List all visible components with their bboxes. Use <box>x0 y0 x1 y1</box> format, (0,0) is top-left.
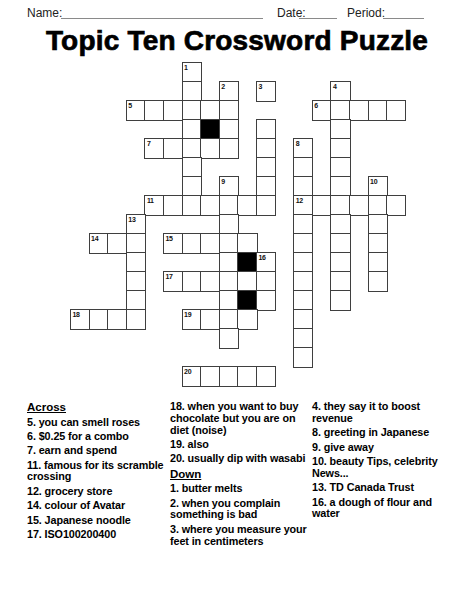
grid-cell[interactable] <box>219 119 239 140</box>
grid-cell[interactable] <box>256 119 276 140</box>
clue-across-7: 7. earn and spend <box>27 445 168 457</box>
crossword-grid: 1234567891011121314151617181920 <box>70 62 407 387</box>
grid-cell[interactable] <box>200 138 220 159</box>
grid-cell[interactable] <box>219 233 239 254</box>
grid-cell[interactable] <box>144 100 164 121</box>
grid-cell[interactable] <box>293 328 313 349</box>
grid-cell[interactable] <box>256 290 276 311</box>
grid-cell[interactable] <box>200 195 220 216</box>
grid-cell[interactable] <box>330 119 350 140</box>
grid-cell[interactable] <box>237 309 257 330</box>
grid-cell[interactable] <box>293 176 313 197</box>
grid-cell[interactable] <box>219 309 239 330</box>
grid-cell[interactable] <box>368 271 388 292</box>
cell-number: 5 <box>128 102 132 109</box>
grid-cell[interactable] <box>163 100 183 121</box>
cell-number: 19 <box>184 311 191 318</box>
grid-cell[interactable] <box>330 290 350 311</box>
cell-number: 10 <box>370 178 377 185</box>
grid-cell[interactable] <box>107 309 127 330</box>
clue-across-5: 5. you can smell roses <box>27 417 168 429</box>
grid-cell[interactable] <box>330 271 350 292</box>
page-title: Topic Ten Crossword Puzzle <box>0 25 474 57</box>
cell-number: 14 <box>91 235 98 242</box>
grid-cell[interactable] <box>293 271 313 292</box>
grid-cell[interactable]: 2 <box>219 81 239 102</box>
grid-cell[interactable] <box>182 81 202 102</box>
grid-cell[interactable] <box>182 271 202 292</box>
grid-cell[interactable] <box>330 252 350 273</box>
grid-cell[interactable] <box>126 233 146 254</box>
grid-cell[interactable] <box>200 233 220 254</box>
blocked-cell <box>237 252 257 273</box>
grid-cell[interactable] <box>237 271 257 292</box>
blocked-cell <box>237 290 257 311</box>
clue-down-9: 9. give away <box>312 442 449 454</box>
grid-cell[interactable]: 11 <box>144 195 164 216</box>
grid-cell[interactable] <box>256 138 276 159</box>
clue-down-10: 10. beauty Tips, celebrity News... <box>312 456 449 480</box>
down-heading: Down <box>170 468 312 480</box>
grid-cell[interactable]: 18 <box>70 309 90 330</box>
name-blank[interactable] <box>61 3 263 19</box>
clue-down-1: 1. butter melts <box>170 483 312 495</box>
grid-cell[interactable] <box>219 214 239 235</box>
period-blank[interactable] <box>383 3 424 19</box>
grid-cell[interactable] <box>163 195 183 216</box>
grid-cell[interactable] <box>293 233 313 254</box>
clue-down-16: 16. a dough of flour and water <box>312 497 449 521</box>
grid-cell[interactable]: 10 <box>368 176 388 197</box>
grid-cell[interactable] <box>312 195 332 216</box>
clue-column: 4. they say it to boost revenue8. greeti… <box>312 401 472 523</box>
grid-cell[interactable]: 1 <box>182 62 202 83</box>
clue-across-14: 14. colour of Avatar <box>27 500 168 512</box>
grid-cell[interactable] <box>256 157 276 178</box>
grid-cell[interactable] <box>219 366 239 387</box>
grid-cell[interactable] <box>386 195 406 216</box>
grid-cell[interactable] <box>219 252 239 273</box>
clue-across-15: 15. Japanese noodle <box>27 515 168 527</box>
grid-cell[interactable] <box>368 252 388 273</box>
clue-column: Across5. you can smell roses6. $0.25 for… <box>27 401 170 543</box>
grid-cell[interactable]: 15 <box>163 233 183 254</box>
cell-number: 9 <box>221 178 225 185</box>
grid-cell[interactable] <box>293 309 313 330</box>
blocked-cell <box>200 119 220 140</box>
across-heading: Across <box>27 401 170 413</box>
grid-cell[interactable] <box>330 233 350 254</box>
grid-cell[interactable]: 7 <box>144 138 164 159</box>
grid-cell[interactable] <box>219 100 239 121</box>
clue-down-3: 3. where you measure your feet in centim… <box>170 524 312 548</box>
clue-across-18: 18. when you want to buy chocolate but y… <box>170 401 312 436</box>
grid-cell[interactable]: 12 <box>293 195 313 216</box>
cell-number: 11 <box>147 197 154 204</box>
grid-cell[interactable] <box>182 176 202 197</box>
grid-cell[interactable]: 14 <box>89 233 109 254</box>
clue-down-2: 2. when you complain something is bad <box>170 498 312 522</box>
clue-across-11: 11. famous for its scramble crossing <box>27 460 168 484</box>
name-label: Name: <box>27 6 62 20</box>
cell-number: 13 <box>128 216 135 223</box>
clues-section: Across5. you can smell roses6. $0.25 for… <box>27 401 472 550</box>
grid-cell[interactable] <box>126 290 146 311</box>
worksheet-page: Name: Date: Period: Topic Ten Crossword … <box>0 0 474 613</box>
cell-number: 4 <box>333 83 337 90</box>
grid-cell[interactable] <box>182 195 202 216</box>
grid-cell[interactable] <box>126 252 146 273</box>
grid-cell[interactable] <box>182 157 202 178</box>
grid-cell[interactable] <box>368 100 388 121</box>
grid-cell[interactable]: 3 <box>256 81 276 102</box>
grid-cell[interactable] <box>386 100 406 121</box>
grid-cell[interactable]: 19 <box>182 309 202 330</box>
grid-cell[interactable] <box>182 100 202 121</box>
grid-cell[interactable] <box>368 233 388 254</box>
clue-column: 18. when you want to buy chocolate but y… <box>170 401 312 550</box>
grid-cell[interactable] <box>330 100 350 121</box>
grid-cell[interactable] <box>256 366 276 387</box>
grid-cell[interactable]: 16 <box>256 252 276 273</box>
grid-cell[interactable] <box>237 366 257 387</box>
grid-cell[interactable] <box>293 252 313 273</box>
clue-down-13: 13. TD Canada Trust <box>312 482 449 494</box>
grid-cell[interactable] <box>107 233 127 254</box>
cell-number: 2 <box>221 83 225 90</box>
grid-cell[interactable] <box>182 119 202 140</box>
grid-cell[interactable]: 4 <box>330 81 350 102</box>
grid-cell[interactable] <box>330 214 350 235</box>
clue-down-8: 8. greeting in Japanese <box>312 427 449 439</box>
grid-cell[interactable] <box>237 233 257 254</box>
grid-cell[interactable] <box>256 176 276 197</box>
grid-cell[interactable] <box>126 309 146 330</box>
grid-cell[interactable] <box>89 309 109 330</box>
grid-cell[interactable]: 8 <box>293 138 313 159</box>
grid-cell[interactable] <box>163 138 183 159</box>
clue-across-6: 6. $0.25 for a combo <box>27 431 168 443</box>
grid-cell[interactable] <box>293 157 313 178</box>
grid-cell[interactable] <box>330 138 350 159</box>
cell-number: 8 <box>296 140 300 147</box>
grid-cell[interactable]: 13 <box>126 214 146 235</box>
clue-across-19: 19. also <box>170 439 312 451</box>
clue-across-20: 20. usually dip with wasabi <box>170 453 312 465</box>
date-blank[interactable] <box>299 3 337 19</box>
clue-down-4: 4. they say it to boost revenue <box>312 401 449 425</box>
cell-number: 12 <box>296 197 303 204</box>
period-label: Period: <box>347 6 385 20</box>
grid-cell[interactable] <box>219 195 239 216</box>
grid-cell[interactable] <box>256 195 276 216</box>
grid-cell[interactable] <box>368 214 388 235</box>
cell-number: 7 <box>147 140 151 147</box>
grid-cell[interactable] <box>330 195 350 216</box>
grid-cell[interactable] <box>200 366 220 387</box>
grid-cell[interactable] <box>256 271 276 292</box>
cell-number: 18 <box>73 311 80 318</box>
grid-cell[interactable] <box>200 100 220 121</box>
cell-number: 15 <box>166 235 173 242</box>
grid-cell[interactable] <box>293 290 313 311</box>
grid-cell[interactable] <box>182 138 202 159</box>
grid-cell[interactable]: 6 <box>312 100 332 121</box>
grid-cell[interactable]: 5 <box>126 100 146 121</box>
grid-cell[interactable] <box>368 195 388 216</box>
cell-number: 16 <box>259 254 266 261</box>
grid-cell[interactable] <box>330 157 350 178</box>
cell-number: 17 <box>166 273 173 280</box>
cell-number: 20 <box>184 368 191 375</box>
cell-number: 6 <box>314 102 318 109</box>
clue-across-12: 12. grocery store <box>27 486 168 498</box>
grid-cell[interactable] <box>293 214 313 235</box>
grid-cell[interactable] <box>182 233 202 254</box>
grid-cell[interactable]: 20 <box>182 366 202 387</box>
grid-cell[interactable] <box>349 100 369 121</box>
grid-cell[interactable]: 17 <box>163 271 183 292</box>
grid-cell[interactable] <box>349 195 369 216</box>
grid-cell[interactable] <box>330 176 350 197</box>
grid-cell[interactable] <box>200 271 220 292</box>
grid-cell[interactable]: 9 <box>219 176 239 197</box>
clue-across-17: 17. ISO100200400 <box>27 529 168 541</box>
grid-cell[interactable] <box>219 271 239 292</box>
grid-cell[interactable] <box>200 309 220 330</box>
grid-cell[interactable] <box>293 347 313 368</box>
grid-cell[interactable] <box>219 328 239 349</box>
grid-cell[interactable] <box>219 290 239 311</box>
cell-number: 3 <box>259 83 263 90</box>
grid-cell[interactable] <box>126 271 146 292</box>
cell-number: 1 <box>184 64 188 71</box>
grid-cell[interactable] <box>219 138 239 159</box>
grid-cell[interactable] <box>237 195 257 216</box>
